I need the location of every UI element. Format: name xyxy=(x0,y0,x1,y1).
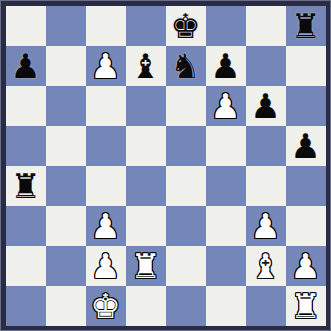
square-e3[interactable] xyxy=(166,206,206,246)
piece-white-rook[interactable]: ♜ xyxy=(126,246,166,286)
piece-black-pawn[interactable]: ♟ xyxy=(6,46,46,86)
square-b8[interactable] xyxy=(46,6,86,46)
square-g7[interactable] xyxy=(246,46,286,86)
piece-black-king[interactable]: ♚ xyxy=(166,6,206,46)
square-e4[interactable] xyxy=(166,166,206,206)
square-b2[interactable] xyxy=(46,246,86,286)
square-a2[interactable] xyxy=(6,246,46,286)
chess-board-frame: ♚♜♟♟♝♞♟♟♟♟♜♟♟♟♜♝♟♚♜ xyxy=(0,0,331,331)
square-d8[interactable] xyxy=(126,6,166,46)
piece-white-king[interactable]: ♚ xyxy=(86,286,126,326)
square-h5[interactable]: ♟ xyxy=(286,126,326,166)
square-a7[interactable]: ♟ xyxy=(6,46,46,86)
square-c1[interactable]: ♚ xyxy=(86,286,126,326)
square-g1[interactable] xyxy=(246,286,286,326)
square-b6[interactable] xyxy=(46,86,86,126)
piece-white-bishop[interactable]: ♝ xyxy=(246,246,286,286)
square-e5[interactable] xyxy=(166,126,206,166)
piece-black-rook[interactable]: ♜ xyxy=(286,6,326,46)
square-f2[interactable] xyxy=(206,246,246,286)
square-c7[interactable]: ♟ xyxy=(86,46,126,86)
square-h4[interactable] xyxy=(286,166,326,206)
square-a3[interactable] xyxy=(6,206,46,246)
square-d4[interactable] xyxy=(126,166,166,206)
piece-white-pawn[interactable]: ♟ xyxy=(286,246,326,286)
square-h2[interactable]: ♟ xyxy=(286,246,326,286)
square-h6[interactable] xyxy=(286,86,326,126)
square-e7[interactable]: ♞ xyxy=(166,46,206,86)
piece-black-pawn[interactable]: ♟ xyxy=(246,86,286,126)
square-e8[interactable]: ♚ xyxy=(166,6,206,46)
square-g2[interactable]: ♝ xyxy=(246,246,286,286)
square-c5[interactable] xyxy=(86,126,126,166)
square-a1[interactable] xyxy=(6,286,46,326)
square-f5[interactable] xyxy=(206,126,246,166)
square-g3[interactable]: ♟ xyxy=(246,206,286,246)
piece-black-rook[interactable]: ♜ xyxy=(6,166,46,206)
square-a6[interactable] xyxy=(6,86,46,126)
square-b4[interactable] xyxy=(46,166,86,206)
square-h3[interactable] xyxy=(286,206,326,246)
square-b1[interactable] xyxy=(46,286,86,326)
square-f7[interactable]: ♟ xyxy=(206,46,246,86)
square-f4[interactable] xyxy=(206,166,246,206)
square-g5[interactable] xyxy=(246,126,286,166)
square-d6[interactable] xyxy=(126,86,166,126)
square-d2[interactable]: ♜ xyxy=(126,246,166,286)
piece-white-pawn[interactable]: ♟ xyxy=(86,46,126,86)
square-c8[interactable] xyxy=(86,6,126,46)
square-g6[interactable]: ♟ xyxy=(246,86,286,126)
piece-black-knight[interactable]: ♞ xyxy=(166,46,206,86)
square-c6[interactable] xyxy=(86,86,126,126)
square-a4[interactable]: ♜ xyxy=(6,166,46,206)
piece-white-pawn[interactable]: ♟ xyxy=(86,246,126,286)
square-e6[interactable] xyxy=(166,86,206,126)
square-d5[interactable] xyxy=(126,126,166,166)
piece-black-pawn[interactable]: ♟ xyxy=(286,126,326,166)
square-h7[interactable] xyxy=(286,46,326,86)
square-d1[interactable] xyxy=(126,286,166,326)
chess-board: ♚♜♟♟♝♞♟♟♟♟♜♟♟♟♜♝♟♚♜ xyxy=(6,6,326,326)
square-b7[interactable] xyxy=(46,46,86,86)
square-f3[interactable] xyxy=(206,206,246,246)
square-c4[interactable] xyxy=(86,166,126,206)
piece-black-bishop[interactable]: ♝ xyxy=(126,46,166,86)
square-b5[interactable] xyxy=(46,126,86,166)
square-f1[interactable] xyxy=(206,286,246,326)
square-a5[interactable] xyxy=(6,126,46,166)
square-c3[interactable]: ♟ xyxy=(86,206,126,246)
piece-white-pawn[interactable]: ♟ xyxy=(86,206,126,246)
piece-white-rook[interactable]: ♜ xyxy=(286,286,326,326)
piece-white-pawn[interactable]: ♟ xyxy=(206,86,246,126)
square-d3[interactable] xyxy=(126,206,166,246)
piece-black-pawn[interactable]: ♟ xyxy=(206,46,246,86)
square-f6[interactable]: ♟ xyxy=(206,86,246,126)
square-g4[interactable] xyxy=(246,166,286,206)
square-c2[interactable]: ♟ xyxy=(86,246,126,286)
square-h1[interactable]: ♜ xyxy=(286,286,326,326)
piece-white-pawn[interactable]: ♟ xyxy=(246,206,286,246)
square-e2[interactable] xyxy=(166,246,206,286)
square-f8[interactable] xyxy=(206,6,246,46)
square-g8[interactable] xyxy=(246,6,286,46)
square-b3[interactable] xyxy=(46,206,86,246)
square-e1[interactable] xyxy=(166,286,206,326)
square-h8[interactable]: ♜ xyxy=(286,6,326,46)
square-d7[interactable]: ♝ xyxy=(126,46,166,86)
square-a8[interactable] xyxy=(6,6,46,46)
